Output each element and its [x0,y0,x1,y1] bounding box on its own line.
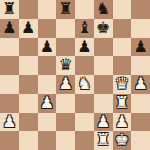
square-h5[interactable] [131,56,150,75]
black-pawn-a7[interactable]: ♟ [2,19,16,38]
square-e4[interactable]: ♞ [75,75,94,94]
square-f2[interactable]: ♟ [94,113,113,132]
square-c2[interactable] [38,113,57,132]
square-h2[interactable] [131,113,150,132]
square-e5[interactable] [75,56,94,75]
white-pawn-d4[interactable]: ♟ [58,75,72,94]
square-f1[interactable]: ♜ [94,131,113,150]
white-king-g1[interactable]: ♚ [115,131,129,150]
square-d8[interactable]: ♜ [56,0,75,19]
square-g5[interactable] [113,56,132,75]
square-b6[interactable] [19,38,38,57]
square-d6[interactable] [56,38,75,57]
square-f6[interactable] [94,38,113,57]
square-a4[interactable] [0,75,19,94]
square-d7[interactable] [56,19,75,38]
square-g1[interactable]: ♚ [113,131,132,150]
square-c5[interactable] [38,56,57,75]
square-f8[interactable]: ♞ [94,0,113,19]
square-h3[interactable] [131,94,150,113]
chess-board: ♜♜♞♟♟♝♚♟♟♟♛♟♞♛♟♟♜♟♟♟♜♚ [0,0,150,150]
square-h8[interactable] [131,0,150,19]
white-pawn-g2[interactable]: ♟ [115,113,129,132]
square-e8[interactable] [75,0,94,19]
square-c6[interactable]: ♟ [38,38,57,57]
square-b2[interactable] [19,113,38,132]
black-bishop-e7[interactable]: ♝ [77,19,91,38]
black-king-f7[interactable]: ♚ [96,19,110,38]
square-b3[interactable] [19,94,38,113]
square-a7[interactable]: ♟ [0,19,19,38]
square-f7[interactable]: ♚ [94,19,113,38]
square-f3[interactable] [94,94,113,113]
white-pawn-a2[interactable]: ♟ [2,113,16,132]
square-a3[interactable] [0,94,19,113]
black-pawn-c6[interactable]: ♟ [40,38,54,57]
white-pawn-h4[interactable]: ♟ [133,75,147,94]
square-b7[interactable]: ♟ [19,19,38,38]
square-c3[interactable]: ♟ [38,94,57,113]
square-b5[interactable] [19,56,38,75]
square-d5[interactable]: ♛ [56,56,75,75]
square-g6[interactable] [113,38,132,57]
square-h6[interactable]: ♟ [131,38,150,57]
white-knight-e4[interactable]: ♞ [77,75,91,94]
square-b8[interactable] [19,0,38,19]
square-h1[interactable] [131,131,150,150]
black-pawn-b7[interactable]: ♟ [21,19,35,38]
square-c1[interactable] [38,131,57,150]
square-h7[interactable] [131,19,150,38]
square-a5[interactable] [0,56,19,75]
white-rook-g3[interactable]: ♜ [115,94,129,113]
square-g2[interactable]: ♟ [113,113,132,132]
white-pawn-f2[interactable]: ♟ [96,113,110,132]
white-queen-g4[interactable]: ♛ [115,75,129,94]
square-d1[interactable] [56,131,75,150]
square-a8[interactable]: ♜ [0,0,19,19]
square-b4[interactable] [19,75,38,94]
square-e3[interactable] [75,94,94,113]
square-h4[interactable]: ♟ [131,75,150,94]
black-knight-f8[interactable]: ♞ [96,0,110,19]
black-rook-a8[interactable]: ♜ [2,0,16,19]
black-rook-d8[interactable]: ♜ [58,0,72,19]
white-pawn-c3[interactable]: ♟ [40,94,54,113]
square-a6[interactable] [0,38,19,57]
square-g8[interactable] [113,0,132,19]
square-b1[interactable] [19,131,38,150]
square-e1[interactable] [75,131,94,150]
square-d4[interactable]: ♟ [56,75,75,94]
square-e2[interactable] [75,113,94,132]
square-e6[interactable]: ♟ [75,38,94,57]
square-d3[interactable] [56,94,75,113]
square-f5[interactable] [94,56,113,75]
square-c4[interactable] [38,75,57,94]
square-g7[interactable] [113,19,132,38]
white-rook-f1[interactable]: ♜ [96,131,110,150]
square-d2[interactable] [56,113,75,132]
square-c8[interactable] [38,0,57,19]
square-g3[interactable]: ♜ [113,94,132,113]
square-a2[interactable]: ♟ [0,113,19,132]
square-g4[interactable]: ♛ [113,75,132,94]
black-queen-d5[interactable]: ♛ [58,56,72,75]
black-pawn-h6[interactable]: ♟ [133,38,147,57]
black-pawn-e6[interactable]: ♟ [77,38,91,57]
square-e7[interactable]: ♝ [75,19,94,38]
square-a1[interactable] [0,131,19,150]
square-c7[interactable] [38,19,57,38]
square-f4[interactable] [94,75,113,94]
